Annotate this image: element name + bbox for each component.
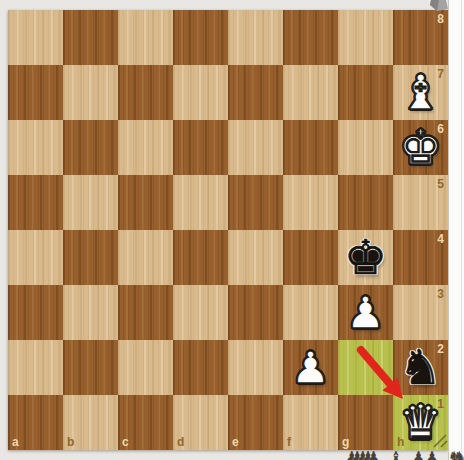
square-a8[interactable] [8,10,63,65]
rank-label-3: 3 [437,288,444,300]
captured-piece-group: ♟♟♟♟♟ [345,449,380,460]
square-b1[interactable]: b [63,395,118,450]
square-c6[interactable] [118,120,173,175]
square-d6[interactable] [173,120,228,175]
square-h5[interactable]: 5 [393,175,448,230]
rank-label-4: 4 [437,233,444,245]
captured-piece-group: ♞♞ [448,449,464,460]
square-d1[interactable]: d [173,395,228,450]
file-label-g: g [342,436,349,448]
square-g8[interactable] [338,10,393,65]
file-label-e: e [232,436,239,448]
file-label-b: b [67,436,74,448]
chess-app-page: 87♝6♚5♚4♟3♟2♞abcdefg1h♛ ♟♟♟♟♟♝♟♟♞♞ [0,0,464,460]
square-e6[interactable] [228,120,283,175]
square-f6[interactable] [283,120,338,175]
square-g4[interactable]: ♚ [338,230,393,285]
square-e1[interactable]: e [228,395,283,450]
square-f8[interactable] [283,10,338,65]
square-f3[interactable] [283,285,338,340]
captured-piece-group: ♝ [389,449,402,460]
square-d3[interactable] [173,285,228,340]
square-c3[interactable] [118,285,173,340]
square-a2[interactable] [8,340,63,395]
square-h6[interactable]: 6♚ [393,120,448,175]
square-c2[interactable] [118,340,173,395]
square-a7[interactable] [8,65,63,120]
captured-pieces-tray: ♟♟♟♟♟♝♟♟♞♞ [345,449,464,460]
file-label-c: c [122,436,129,448]
file-label-f: f [287,436,291,448]
captured-piece-icon: ♟ [367,449,380,460]
piece-white-king-h6[interactable]: ♚ [393,120,448,175]
square-e8[interactable] [228,10,283,65]
square-g6[interactable] [338,120,393,175]
square-g2[interactable] [338,340,393,395]
square-g3[interactable]: ♟ [338,285,393,340]
square-a3[interactable] [8,285,63,340]
square-e5[interactable] [228,175,283,230]
square-c1[interactable]: c [118,395,173,450]
square-e7[interactable] [228,65,283,120]
piece-white-pawn-g3[interactable]: ♟ [338,285,393,340]
square-a5[interactable] [8,175,63,230]
square-e2[interactable] [228,340,283,395]
square-d2[interactable] [173,340,228,395]
square-f2[interactable]: ♟ [283,340,338,395]
square-f5[interactable] [283,175,338,230]
square-b8[interactable] [63,10,118,65]
file-label-d: d [177,436,184,448]
piece-black-knight-h2[interactable]: ♞ [393,340,448,395]
rank-label-8: 8 [437,13,444,25]
square-b7[interactable] [63,65,118,120]
panel-divider-line [461,0,462,460]
captured-piece-icon: ♝ [389,449,402,460]
square-g7[interactable] [338,65,393,120]
square-c4[interactable] [118,230,173,285]
square-d7[interactable] [173,65,228,120]
square-c7[interactable] [118,65,173,120]
square-h8[interactable]: 8 [393,10,448,65]
chess-board: 87♝6♚5♚4♟3♟2♞abcdefg1h♛ [8,10,448,450]
square-h2[interactable]: 2♞ [393,340,448,395]
square-f1[interactable]: f [283,395,338,450]
captured-piece-group: ♟♟ [412,449,439,460]
square-b2[interactable] [63,340,118,395]
rank-label-5: 5 [437,178,444,190]
square-e3[interactable] [228,285,283,340]
square-d4[interactable] [173,230,228,285]
piece-white-queen-h1[interactable]: ♛ [393,395,448,450]
right-panel-edge [448,0,464,460]
square-h1[interactable]: 1h♛ [393,395,448,450]
square-a6[interactable] [8,120,63,175]
square-c5[interactable] [118,175,173,230]
square-b4[interactable] [63,230,118,285]
captured-piece-icon: ♟ [425,449,438,460]
square-b5[interactable] [63,175,118,230]
square-h7[interactable]: 7♝ [393,65,448,120]
piece-white-pawn-f2[interactable]: ♟ [283,340,338,395]
piece-white-bishop-h7[interactable]: ♝ [393,65,448,120]
square-a4[interactable] [8,230,63,285]
square-e4[interactable] [228,230,283,285]
square-d5[interactable] [173,175,228,230]
captured-piece-icon: ♞ [453,449,464,460]
square-c8[interactable] [118,10,173,65]
square-g1[interactable]: g [338,395,393,450]
piece-black-king-g4[interactable]: ♚ [338,230,393,285]
square-a1[interactable]: a [8,395,63,450]
captured-piece-icon: ♟ [412,449,425,460]
square-b6[interactable] [63,120,118,175]
square-f4[interactable] [283,230,338,285]
square-h4[interactable]: 4 [393,230,448,285]
file-label-a: a [12,436,19,448]
square-f7[interactable] [283,65,338,120]
square-d8[interactable] [173,10,228,65]
square-b3[interactable] [63,285,118,340]
square-g5[interactable] [338,175,393,230]
square-h3[interactable]: 3 [393,285,448,340]
